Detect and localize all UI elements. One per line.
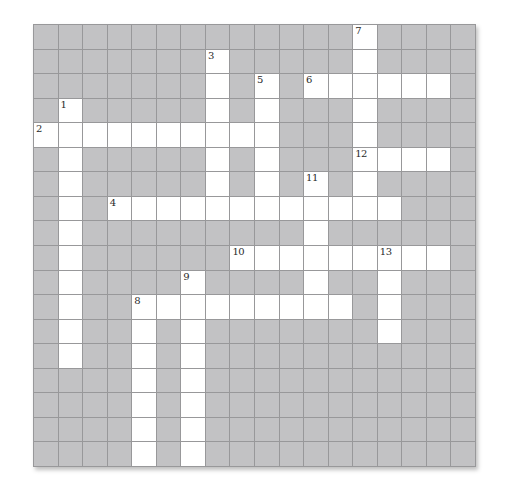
cell-r8-c5[interactable] bbox=[132, 197, 156, 221]
cell-r14-c16 bbox=[402, 344, 426, 368]
cell-r13-c1 bbox=[34, 320, 58, 344]
cell-r1-c18 bbox=[451, 25, 475, 49]
clue-number-3: 3 bbox=[208, 50, 214, 61]
cell-r17-c9 bbox=[230, 418, 254, 442]
cell-r17-c16 bbox=[402, 418, 426, 442]
cell-r1-c2 bbox=[59, 25, 83, 49]
cell-r18-c4 bbox=[108, 442, 132, 466]
cell-r11-c11 bbox=[280, 271, 304, 295]
cell-r2-c9 bbox=[230, 50, 254, 74]
cell-r14-c3 bbox=[83, 344, 107, 368]
cell-r12-c5[interactable]: 8 bbox=[132, 295, 156, 319]
cell-r13-c17 bbox=[427, 320, 451, 344]
clue-number-12: 12 bbox=[355, 148, 367, 159]
cell-r12-c2[interactable] bbox=[59, 295, 83, 319]
cell-r2-c14[interactable] bbox=[353, 50, 377, 74]
cell-r6-c13 bbox=[329, 148, 353, 172]
cell-r16-c14 bbox=[353, 393, 377, 417]
cell-r8-c13[interactable] bbox=[329, 197, 353, 221]
cell-r10-c3 bbox=[83, 246, 107, 270]
cell-r10-c17[interactable] bbox=[427, 246, 451, 270]
cell-r12-c16 bbox=[402, 295, 426, 319]
cell-r15-c1 bbox=[34, 369, 58, 393]
cell-r18-c15 bbox=[378, 442, 402, 466]
cell-r5-c14[interactable] bbox=[353, 123, 377, 147]
cell-r18-c11 bbox=[280, 442, 304, 466]
cell-r3-c8[interactable] bbox=[206, 74, 230, 98]
cell-r3-c12[interactable]: 6 bbox=[304, 74, 328, 98]
cell-r13-c18 bbox=[451, 320, 475, 344]
cell-r3-c10[interactable]: 5 bbox=[255, 74, 279, 98]
cell-r13-c8 bbox=[206, 320, 230, 344]
cell-r12-c13[interactable] bbox=[329, 295, 353, 319]
cell-r12-c6[interactable] bbox=[157, 295, 181, 319]
cell-r8-c10[interactable] bbox=[255, 197, 279, 221]
cell-r2-c4 bbox=[108, 50, 132, 74]
cell-r10-c5 bbox=[132, 246, 156, 270]
cell-r8-c9[interactable] bbox=[230, 197, 254, 221]
cell-r11-c3 bbox=[83, 271, 107, 295]
cell-r3-c6 bbox=[157, 74, 181, 98]
cell-r14-c5[interactable] bbox=[132, 344, 156, 368]
cell-r14-c6 bbox=[157, 344, 181, 368]
cell-r13-c4 bbox=[108, 320, 132, 344]
cell-r4-c1 bbox=[34, 99, 58, 123]
cell-r7-c6 bbox=[157, 172, 181, 196]
cell-r9-c4 bbox=[108, 221, 132, 245]
cell-r14-c11 bbox=[280, 344, 304, 368]
cell-r14-c12 bbox=[304, 344, 328, 368]
cell-r16-c13 bbox=[329, 393, 353, 417]
page-background: 73561212114101398 bbox=[0, 0, 506, 480]
cell-r13-c10 bbox=[255, 320, 279, 344]
cell-r6-c7 bbox=[181, 148, 205, 172]
cell-r1-c4 bbox=[108, 25, 132, 49]
cell-r9-c2[interactable] bbox=[59, 221, 83, 245]
cell-r8-c3 bbox=[83, 197, 107, 221]
cell-r18-c6 bbox=[157, 442, 181, 466]
cell-r10-c14[interactable] bbox=[353, 246, 377, 270]
cell-r2-c6 bbox=[157, 50, 181, 74]
cell-r4-c4 bbox=[108, 99, 132, 123]
cell-r5-c17 bbox=[427, 123, 451, 147]
cell-r4-c3 bbox=[83, 99, 107, 123]
cell-r17-c10 bbox=[255, 418, 279, 442]
clue-number-11: 11 bbox=[306, 172, 318, 183]
cell-r5-c10[interactable] bbox=[255, 123, 279, 147]
cell-r18-c14 bbox=[353, 442, 377, 466]
cell-r17-c5[interactable] bbox=[132, 418, 156, 442]
cell-r5-c6[interactable] bbox=[157, 123, 181, 147]
cell-r11-c15[interactable] bbox=[378, 271, 402, 295]
cell-r7-c8[interactable] bbox=[206, 172, 230, 196]
cell-r1-c7 bbox=[181, 25, 205, 49]
cell-r6-c18 bbox=[451, 148, 475, 172]
cell-r16-c2 bbox=[59, 393, 83, 417]
cell-r6-c16[interactable] bbox=[402, 148, 426, 172]
cell-r18-c10 bbox=[255, 442, 279, 466]
cell-r11-c13 bbox=[329, 271, 353, 295]
cell-r13-c9 bbox=[230, 320, 254, 344]
cell-r5-c1[interactable]: 2 bbox=[34, 123, 58, 147]
cell-r4-c5 bbox=[132, 99, 156, 123]
cell-r10-c15[interactable]: 13 bbox=[378, 246, 402, 270]
cell-r9-c12[interactable] bbox=[304, 221, 328, 245]
cell-r12-c4 bbox=[108, 295, 132, 319]
cell-r7-c17 bbox=[427, 172, 451, 196]
cell-r15-c16 bbox=[402, 369, 426, 393]
cell-r14-c4 bbox=[108, 344, 132, 368]
cell-r15-c10 bbox=[255, 369, 279, 393]
cell-r10-c13[interactable] bbox=[329, 246, 353, 270]
cell-r6-c2[interactable] bbox=[59, 148, 83, 172]
clue-number-8: 8 bbox=[134, 295, 140, 306]
cell-r12-c18 bbox=[451, 295, 475, 319]
cell-r8-c8[interactable] bbox=[206, 197, 230, 221]
cell-r8-c4[interactable]: 4 bbox=[108, 197, 132, 221]
cell-r16-c11 bbox=[280, 393, 304, 417]
cell-r9-c7 bbox=[181, 221, 205, 245]
clue-number-10: 10 bbox=[232, 246, 244, 257]
cell-r4-c8[interactable] bbox=[206, 99, 230, 123]
cell-r2-c3 bbox=[83, 50, 107, 74]
clue-number-5: 5 bbox=[257, 74, 263, 85]
cell-r17-c13 bbox=[329, 418, 353, 442]
cell-r4-c16 bbox=[402, 99, 426, 123]
cell-r16-c17 bbox=[427, 393, 451, 417]
cell-r2-c13 bbox=[329, 50, 353, 74]
cell-r11-c2[interactable] bbox=[59, 271, 83, 295]
cell-r11-c12[interactable] bbox=[304, 271, 328, 295]
cell-r2-c11 bbox=[280, 50, 304, 74]
cell-r15-c12 bbox=[304, 369, 328, 393]
cell-r2-c15 bbox=[378, 50, 402, 74]
cell-r18-c9 bbox=[230, 442, 254, 466]
cell-r17-c2 bbox=[59, 418, 83, 442]
cell-r16-c12 bbox=[304, 393, 328, 417]
cell-r5-c4[interactable] bbox=[108, 123, 132, 147]
cell-r5-c11 bbox=[280, 123, 304, 147]
cell-r9-c3 bbox=[83, 221, 107, 245]
cell-r14-c7[interactable] bbox=[181, 344, 205, 368]
cell-r6-c10[interactable] bbox=[255, 148, 279, 172]
cell-r14-c14 bbox=[353, 344, 377, 368]
cell-r1-c8 bbox=[206, 25, 230, 49]
cell-r1-c17 bbox=[427, 25, 451, 49]
cell-r10-c10[interactable] bbox=[255, 246, 279, 270]
cell-r1-c11 bbox=[280, 25, 304, 49]
cell-r5-c9[interactable] bbox=[230, 123, 254, 147]
cell-r9-c11 bbox=[280, 221, 304, 245]
clue-number-4: 4 bbox=[110, 197, 116, 208]
cell-r16-c15 bbox=[378, 393, 402, 417]
cell-r15-c18 bbox=[451, 369, 475, 393]
cell-r8-c15[interactable] bbox=[378, 197, 402, 221]
cell-r10-c2[interactable] bbox=[59, 246, 83, 270]
cell-r13-c3 bbox=[83, 320, 107, 344]
cell-r6-c12 bbox=[304, 148, 328, 172]
cell-r3-c1 bbox=[34, 74, 58, 98]
cell-r2-c2 bbox=[59, 50, 83, 74]
cell-r11-c9 bbox=[230, 271, 254, 295]
cell-r7-c7 bbox=[181, 172, 205, 196]
cell-r2-c16 bbox=[402, 50, 426, 74]
cell-r15-c5[interactable] bbox=[132, 369, 156, 393]
clue-number-7: 7 bbox=[355, 25, 361, 36]
cell-r8-c6[interactable] bbox=[157, 197, 181, 221]
cell-r1-c14[interactable]: 7 bbox=[353, 25, 377, 49]
cell-r1-c6 bbox=[157, 25, 181, 49]
cell-r15-c2 bbox=[59, 369, 83, 393]
cell-r16-c5[interactable] bbox=[132, 393, 156, 417]
cell-r11-c7[interactable]: 9 bbox=[181, 271, 205, 295]
cell-r4-c17 bbox=[427, 99, 451, 123]
cell-r2-c12 bbox=[304, 50, 328, 74]
cell-r16-c3 bbox=[83, 393, 107, 417]
cell-r1-c12 bbox=[304, 25, 328, 49]
cell-r18-c3 bbox=[83, 442, 107, 466]
cell-r18-c17 bbox=[427, 442, 451, 466]
cell-r1-c15 bbox=[378, 25, 402, 49]
cell-r11-c6 bbox=[157, 271, 181, 295]
cell-r1-c10 bbox=[255, 25, 279, 49]
cell-r16-c10 bbox=[255, 393, 279, 417]
cell-r14-c10 bbox=[255, 344, 279, 368]
cell-r13-c14 bbox=[353, 320, 377, 344]
cell-r15-c4 bbox=[108, 369, 132, 393]
cell-r13-c6 bbox=[157, 320, 181, 344]
cell-r12-c10[interactable] bbox=[255, 295, 279, 319]
cell-r6-c14[interactable]: 12 bbox=[353, 148, 377, 172]
cell-r3-c4 bbox=[108, 74, 132, 98]
cell-r13-c7[interactable] bbox=[181, 320, 205, 344]
cell-r17-c4 bbox=[108, 418, 132, 442]
cell-r11-c18 bbox=[451, 271, 475, 295]
cell-r16-c18 bbox=[451, 393, 475, 417]
cell-r18-c13 bbox=[329, 442, 353, 466]
cell-r3-c13[interactable] bbox=[329, 74, 353, 98]
cell-r17-c14 bbox=[353, 418, 377, 442]
cell-r11-c8 bbox=[206, 271, 230, 295]
cell-r4-c11 bbox=[280, 99, 304, 123]
cell-r8-c11[interactable] bbox=[280, 197, 304, 221]
cell-r14-c9 bbox=[230, 344, 254, 368]
cell-r8-c18 bbox=[451, 197, 475, 221]
cell-r18-c8 bbox=[206, 442, 230, 466]
cell-r17-c3 bbox=[83, 418, 107, 442]
cell-r14-c2[interactable] bbox=[59, 344, 83, 368]
clue-number-6: 6 bbox=[306, 74, 312, 85]
cell-r12-c7[interactable] bbox=[181, 295, 205, 319]
cell-r12-c15[interactable] bbox=[378, 295, 402, 319]
cell-r2-c18 bbox=[451, 50, 475, 74]
cell-r17-c11 bbox=[280, 418, 304, 442]
cell-r7-c13 bbox=[329, 172, 353, 196]
cell-r3-c11 bbox=[280, 74, 304, 98]
cell-r11-c4 bbox=[108, 271, 132, 295]
cell-r4-c7 bbox=[181, 99, 205, 123]
cell-r5-c2[interactable] bbox=[59, 123, 83, 147]
cell-r18-c5[interactable] bbox=[132, 442, 156, 466]
cell-r18-c16 bbox=[402, 442, 426, 466]
clue-number-13: 13 bbox=[380, 246, 392, 257]
cell-r12-c9[interactable] bbox=[230, 295, 254, 319]
cell-r8-c7[interactable] bbox=[181, 197, 205, 221]
cell-r18-c2 bbox=[59, 442, 83, 466]
cell-r17-c6 bbox=[157, 418, 181, 442]
cell-r5-c15 bbox=[378, 123, 402, 147]
cell-r4-c10[interactable] bbox=[255, 99, 279, 123]
clue-number-1: 1 bbox=[61, 99, 67, 110]
cell-r12-c11[interactable] bbox=[280, 295, 304, 319]
cell-r6-c17[interactable] bbox=[427, 148, 451, 172]
cell-r17-c17 bbox=[427, 418, 451, 442]
cell-r9-c10 bbox=[255, 221, 279, 245]
cell-r3-c2 bbox=[59, 74, 83, 98]
cell-r12-c17 bbox=[427, 295, 451, 319]
cell-r14-c1 bbox=[34, 344, 58, 368]
cell-r15-c11 bbox=[280, 369, 304, 393]
cell-r7-c15 bbox=[378, 172, 402, 196]
cell-r4-c9 bbox=[230, 99, 254, 123]
cell-r4-c15 bbox=[378, 99, 402, 123]
cell-r15-c9 bbox=[230, 369, 254, 393]
cell-r1-c1 bbox=[34, 25, 58, 49]
cell-r16-c9 bbox=[230, 393, 254, 417]
cell-r7-c12[interactable]: 11 bbox=[304, 172, 328, 196]
cell-r9-c6 bbox=[157, 221, 181, 245]
cell-r10-c12[interactable] bbox=[304, 246, 328, 270]
cell-r14-c13 bbox=[329, 344, 353, 368]
cell-r15-c14 bbox=[353, 369, 377, 393]
cell-r6-c9 bbox=[230, 148, 254, 172]
cell-r13-c16 bbox=[402, 320, 426, 344]
cell-r17-c7[interactable] bbox=[181, 418, 205, 442]
cell-r8-c14[interactable] bbox=[353, 197, 377, 221]
cell-r11-c14 bbox=[353, 271, 377, 295]
cell-r10-c11[interactable] bbox=[280, 246, 304, 270]
cell-r8-c12[interactable] bbox=[304, 197, 328, 221]
cell-r3-c17[interactable] bbox=[427, 74, 451, 98]
cell-r13-c2[interactable] bbox=[59, 320, 83, 344]
cell-r15-c13 bbox=[329, 369, 353, 393]
cell-r5-c8[interactable] bbox=[206, 123, 230, 147]
cell-r18-c12 bbox=[304, 442, 328, 466]
cell-r14-c17 bbox=[427, 344, 451, 368]
cell-r8-c2[interactable] bbox=[59, 197, 83, 221]
cell-r12-c12[interactable] bbox=[304, 295, 328, 319]
cell-r15-c15 bbox=[378, 369, 402, 393]
cell-r15-c6 bbox=[157, 369, 181, 393]
cell-r15-c7[interactable] bbox=[181, 369, 205, 393]
cell-r1-c3 bbox=[83, 25, 107, 49]
cell-r7-c14[interactable] bbox=[353, 172, 377, 196]
cell-r8-c1 bbox=[34, 197, 58, 221]
cell-r18-c7[interactable] bbox=[181, 442, 205, 466]
clue-number-2: 2 bbox=[36, 123, 42, 134]
cell-r10-c8 bbox=[206, 246, 230, 270]
cell-r7-c10[interactable] bbox=[255, 172, 279, 196]
cell-r16-c1 bbox=[34, 393, 58, 417]
cell-r5-c5[interactable] bbox=[132, 123, 156, 147]
cell-r12-c3 bbox=[83, 295, 107, 319]
cell-r5-c13 bbox=[329, 123, 353, 147]
cell-r4-c14[interactable] bbox=[353, 99, 377, 123]
cell-r13-c15[interactable] bbox=[378, 320, 402, 344]
cell-r8-c17 bbox=[427, 197, 451, 221]
cell-r9-c13 bbox=[329, 221, 353, 245]
cell-r6-c4 bbox=[108, 148, 132, 172]
cell-r16-c4 bbox=[108, 393, 132, 417]
cell-r15-c8 bbox=[206, 369, 230, 393]
cell-r6-c5 bbox=[132, 148, 156, 172]
cell-r3-c5 bbox=[132, 74, 156, 98]
cell-r2-c8[interactable]: 3 bbox=[206, 50, 230, 74]
cell-r5-c3[interactable] bbox=[83, 123, 107, 147]
cell-r3-c15[interactable] bbox=[378, 74, 402, 98]
cell-r3-c9 bbox=[230, 74, 254, 98]
cell-r10-c6 bbox=[157, 246, 181, 270]
cell-r9-c15 bbox=[378, 221, 402, 245]
cell-r10-c1 bbox=[34, 246, 58, 270]
cell-r17-c15 bbox=[378, 418, 402, 442]
cell-r8-c16 bbox=[402, 197, 426, 221]
cell-r10-c16[interactable] bbox=[402, 246, 426, 270]
cell-r18-c1 bbox=[34, 442, 58, 466]
cell-r11-c1 bbox=[34, 271, 58, 295]
cell-r7-c9 bbox=[230, 172, 254, 196]
cell-r9-c1 bbox=[34, 221, 58, 245]
cell-r17-c12 bbox=[304, 418, 328, 442]
cell-r14-c18 bbox=[451, 344, 475, 368]
cell-r3-c16[interactable] bbox=[402, 74, 426, 98]
cell-r6-c11 bbox=[280, 148, 304, 172]
crossword-grid: 73561212114101398 bbox=[33, 24, 476, 467]
cell-r7-c11 bbox=[280, 172, 304, 196]
cell-r6-c15[interactable] bbox=[378, 148, 402, 172]
cell-r6-c8[interactable] bbox=[206, 148, 230, 172]
cell-r4-c6 bbox=[157, 99, 181, 123]
cell-r10-c7 bbox=[181, 246, 205, 270]
cell-r7-c16 bbox=[402, 172, 426, 196]
cell-r1-c9 bbox=[230, 25, 254, 49]
cell-r11-c5 bbox=[132, 271, 156, 295]
cell-r2-c1 bbox=[34, 50, 58, 74]
cell-r5-c18 bbox=[451, 123, 475, 147]
cell-r9-c16 bbox=[402, 221, 426, 245]
cell-r7-c2[interactable] bbox=[59, 172, 83, 196]
cell-r1-c5 bbox=[132, 25, 156, 49]
cell-r17-c1 bbox=[34, 418, 58, 442]
cell-r11-c17 bbox=[427, 271, 451, 295]
cell-r3-c14[interactable] bbox=[353, 74, 377, 98]
cell-r5-c7[interactable] bbox=[181, 123, 205, 147]
cell-r2-c10 bbox=[255, 50, 279, 74]
cell-r13-c13 bbox=[329, 320, 353, 344]
cell-r13-c5[interactable] bbox=[132, 320, 156, 344]
cell-r18-c18 bbox=[451, 442, 475, 466]
cell-r16-c7[interactable] bbox=[181, 393, 205, 417]
cell-r10-c9[interactable]: 10 bbox=[230, 246, 254, 270]
cell-r3-c3 bbox=[83, 74, 107, 98]
cell-r1-c13 bbox=[329, 25, 353, 49]
cell-r7-c18 bbox=[451, 172, 475, 196]
cell-r4-c2[interactable]: 1 bbox=[59, 99, 83, 123]
cell-r12-c8[interactable] bbox=[206, 295, 230, 319]
cell-r9-c17 bbox=[427, 221, 451, 245]
cell-r9-c9 bbox=[230, 221, 254, 245]
cell-r17-c18 bbox=[451, 418, 475, 442]
